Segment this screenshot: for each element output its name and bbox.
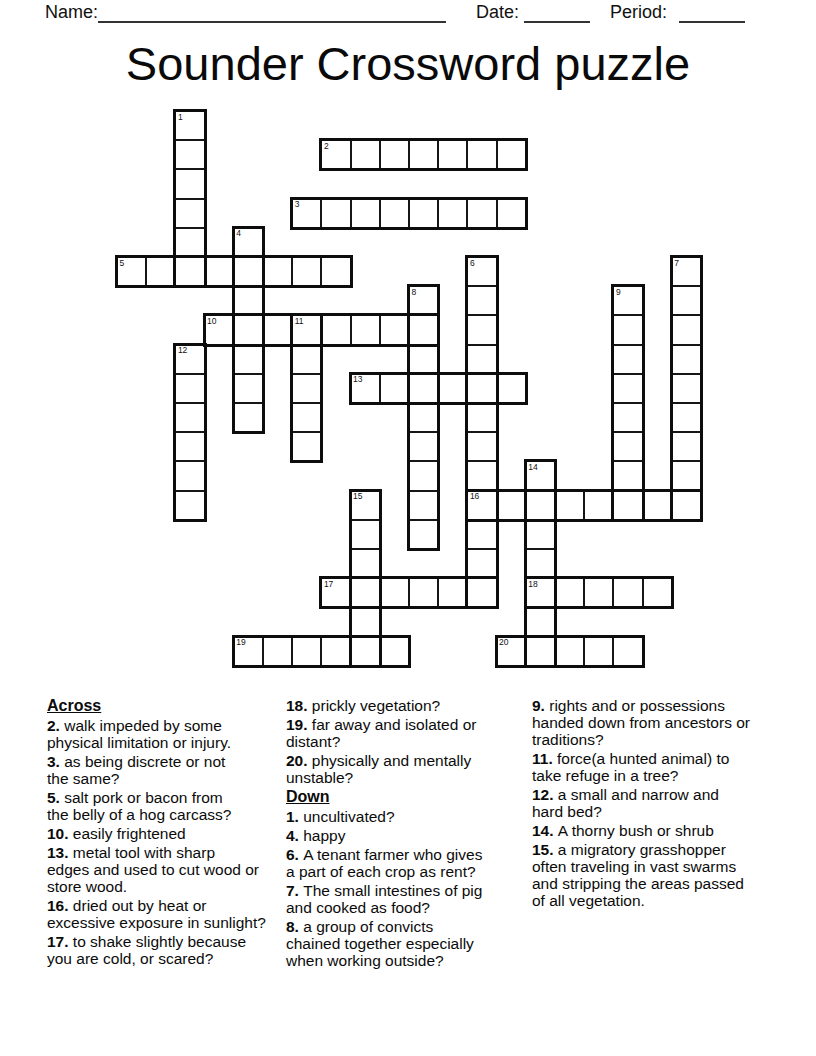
cell-r8c4[interactable]	[233, 344, 264, 375]
cell-r5c3[interactable]	[204, 256, 235, 287]
cell-r3c11[interactable]	[437, 198, 468, 229]
cell-r5c1[interactable]	[145, 256, 176, 287]
cell-r18c6[interactable]	[291, 636, 322, 667]
clue-9: 9. rights and or possessions handed down…	[532, 697, 776, 748]
cell-r17c8[interactable]	[350, 606, 381, 637]
clue-text: rights and or possessions handed down fr…	[532, 697, 750, 748]
crossword-grid: 1234567891011121314151617181920	[116, 110, 701, 666]
cell-r1c10[interactable]	[408, 139, 439, 170]
clue-18: 18. prickly vegetation?	[286, 697, 530, 714]
cell-r7c17[interactable]	[612, 314, 643, 345]
cell-r13c2[interactable]	[174, 490, 205, 521]
cell-r15c12[interactable]	[466, 548, 497, 579]
grid-number-9: 9	[616, 288, 621, 297]
cell-r18c5[interactable]	[262, 636, 293, 667]
cell-r15c14[interactable]	[525, 548, 556, 579]
cell-r17c14[interactable]	[525, 606, 556, 637]
clue-text: dried out by heat or excessive exposure …	[47, 897, 266, 931]
clue-number: 2.	[47, 717, 64, 734]
clue-number: 1.	[286, 808, 303, 825]
clue-text: a group of convicts chained together esp…	[286, 918, 474, 969]
cell-r7c5[interactable]	[262, 314, 293, 345]
cell-r3c12[interactable]	[466, 198, 497, 229]
cell-r11c12[interactable]	[466, 431, 497, 462]
cell-r11c19[interactable]	[671, 431, 702, 462]
cell-r11c2[interactable]	[174, 431, 205, 462]
clue-number: 15.	[532, 841, 558, 858]
clue-15: 15. a migratory grasshopper often travel…	[532, 841, 776, 909]
clue-number: 13.	[47, 844, 73, 861]
grid-number-8: 8	[412, 288, 417, 297]
clue-13: 13. metal tool with sharp edges and used…	[47, 844, 285, 895]
clue-number: 19.	[286, 716, 312, 733]
clue-8: 8. a group of convicts chained together …	[286, 918, 530, 969]
grid-number-19: 19	[236, 638, 245, 647]
cell-r5c6[interactable]	[291, 256, 322, 287]
clue-number: 16.	[47, 897, 73, 914]
clue-11: 11. force(a hunted animal) to take refug…	[532, 750, 776, 784]
cell-r6c4[interactable]	[233, 285, 264, 316]
clue-text: uncultivated?	[303, 808, 394, 825]
clue-7: 7. The small intestines of pig and cooke…	[286, 882, 530, 916]
cell-r18c14[interactable]	[525, 636, 556, 667]
clue-2: 2. walk impeded by some physical limitat…	[47, 717, 285, 751]
clues-heading-across: Across	[47, 697, 285, 714]
clue-number: 12.	[532, 786, 558, 803]
cell-r3c8[interactable]	[350, 198, 381, 229]
cell-r1c12[interactable]	[466, 139, 497, 170]
cell-r1c8[interactable]	[350, 139, 381, 170]
cell-r18c17[interactable]	[612, 636, 643, 667]
grid-number-16: 16	[470, 492, 479, 501]
clue-17: 17. to shake slightly because you are co…	[47, 933, 285, 967]
cell-r1c13[interactable]	[496, 139, 527, 170]
clues-column-2: 18. prickly vegetation?19. far away and …	[286, 697, 530, 971]
cell-r13c18[interactable]	[642, 490, 673, 521]
cell-r16c12[interactable]	[466, 577, 497, 608]
clue-14: 14. A thorny bush or shrub	[532, 822, 776, 839]
cell-r13c13[interactable]	[496, 490, 527, 521]
clue-number: 7.	[286, 882, 303, 899]
grid-number-14: 14	[528, 463, 537, 472]
grid-number-2: 2	[324, 142, 329, 151]
cell-r10c12[interactable]	[466, 402, 497, 433]
cell-r18c15[interactable]	[554, 636, 585, 667]
clues-column-1: Across2. walk impeded by some physical l…	[47, 697, 285, 969]
cell-r13c14[interactable]	[525, 490, 556, 521]
cell-r12c17[interactable]	[612, 460, 643, 491]
clue-3: 3. as being discrete or not the same?	[47, 753, 285, 787]
grid-number-4: 4	[236, 229, 241, 238]
cell-r4c2[interactable]	[174, 227, 205, 258]
cell-r13c15[interactable]	[554, 490, 585, 521]
clue-text: salt pork or bacon from the belly of a h…	[47, 789, 231, 823]
cell-r3c10[interactable]	[408, 198, 439, 229]
clue-text: a small and narrow and hard bed?	[532, 786, 719, 820]
cell-r18c8[interactable]	[350, 636, 381, 667]
page-title: Sounder Crossword puzzle	[0, 36, 816, 91]
cell-r13c19[interactable]	[671, 490, 702, 521]
cell-r18c16[interactable]	[583, 636, 614, 667]
clue-number: 17.	[47, 933, 73, 950]
cell-r11c17[interactable]	[612, 431, 643, 462]
cell-r5c4[interactable]	[233, 256, 264, 287]
clue-text: A tenant farmer who gives a part of each…	[286, 846, 482, 880]
cell-r18c7[interactable]	[320, 636, 351, 667]
cell-r13c17[interactable]	[612, 490, 643, 521]
cell-r7c19[interactable]	[671, 314, 702, 345]
cell-r11c6[interactable]	[291, 431, 322, 462]
clue-number: 4.	[286, 827, 303, 844]
clue-number: 5.	[47, 789, 64, 806]
clue-16: 16. dried out by heat or excessive expos…	[47, 897, 285, 931]
clue-19: 19. far away and isolated or distant?	[286, 716, 530, 750]
clue-10: 10. easily frightened	[47, 825, 285, 842]
cell-r3c2[interactable]	[174, 198, 205, 229]
cell-r14c8[interactable]	[350, 519, 381, 550]
cell-r15c8[interactable]	[350, 548, 381, 579]
cell-r1c2[interactable]	[174, 139, 205, 170]
cell-r2c2[interactable]	[174, 168, 205, 199]
cell-r9c17[interactable]	[612, 373, 643, 404]
cell-r6c12[interactable]	[466, 285, 497, 316]
cell-r14c14[interactable]	[525, 519, 556, 550]
cell-r12c19[interactable]	[671, 460, 702, 491]
cell-r7c12[interactable]	[466, 314, 497, 345]
cell-r10c10[interactable]	[408, 402, 439, 433]
cell-r5c2[interactable]	[174, 256, 205, 287]
cell-r9c2[interactable]	[174, 373, 205, 404]
clues-column-3: 9. rights and or possessions handed down…	[532, 697, 776, 911]
cell-r18c9[interactable]	[379, 636, 410, 667]
clue-number: 8.	[286, 918, 303, 935]
grid-number-12: 12	[178, 346, 187, 355]
worksheet-page: Name: Date: Period: Sounder Crossword pu…	[0, 0, 816, 1056]
clue-5: 5. salt pork or bacon from the belly of …	[47, 789, 285, 823]
cell-r9c4[interactable]	[233, 373, 264, 404]
cell-r9c19[interactable]	[671, 373, 702, 404]
cell-r1c9[interactable]	[379, 139, 410, 170]
clue-number: 6.	[286, 846, 303, 863]
cell-r7c7[interactable]	[320, 314, 351, 345]
clue-4: 4. happy	[286, 827, 530, 844]
cell-r1c11[interactable]	[437, 139, 468, 170]
clue-text: easily frightened	[73, 825, 186, 842]
cell-r6c19[interactable]	[671, 285, 702, 316]
clue-text: A thorny bush or shrub	[558, 822, 714, 839]
cell-r16c9[interactable]	[379, 577, 410, 608]
clue-number: 10.	[47, 825, 73, 842]
cell-r8c10[interactable]	[408, 344, 439, 375]
cell-r12c2[interactable]	[174, 460, 205, 491]
cell-r16c18[interactable]	[642, 577, 673, 608]
cell-r12c12[interactable]	[466, 460, 497, 491]
clue-text: physically and mentally unstable?	[286, 752, 471, 786]
cell-r8c6[interactable]	[291, 344, 322, 375]
cell-r9c10[interactable]	[408, 373, 439, 404]
cell-r10c4[interactable]	[233, 402, 264, 433]
clue-1: 1. uncultivated?	[286, 808, 530, 825]
cell-r12c10[interactable]	[408, 460, 439, 491]
cell-r9c9[interactable]	[379, 373, 410, 404]
grid-number-11: 11	[295, 317, 304, 326]
clue-number: 14.	[532, 822, 558, 839]
cell-r9c12[interactable]	[466, 373, 497, 404]
cell-r9c11[interactable]	[437, 373, 468, 404]
clue-text: to shake slightly because you are cold, …	[47, 933, 246, 967]
cell-r10c19[interactable]	[671, 402, 702, 433]
cell-r10c17[interactable]	[612, 402, 643, 433]
date-blank[interactable]	[524, 4, 590, 23]
cell-r10c2[interactable]	[174, 402, 205, 433]
clue-number: 20.	[286, 752, 312, 769]
clue-20: 20. physically and mentally unstable?	[286, 752, 530, 786]
grid-number-15: 15	[353, 492, 362, 501]
cell-r11c10[interactable]	[408, 431, 439, 462]
clue-6: 6. A tenant farmer who gives a part of e…	[286, 846, 530, 880]
name-blank[interactable]	[98, 4, 446, 23]
cell-r3c9[interactable]	[379, 198, 410, 229]
cell-r3c13[interactable]	[496, 198, 527, 229]
cell-r16c10[interactable]	[408, 577, 439, 608]
grid-number-20: 20	[499, 638, 508, 647]
clue-text: prickly vegetation?	[312, 697, 440, 714]
cell-r16c17[interactable]	[612, 577, 643, 608]
grid-number-13: 13	[353, 375, 362, 384]
clue-number: 9.	[532, 697, 549, 714]
cell-r7c8[interactable]	[350, 314, 381, 345]
grid-number-6: 6	[470, 259, 475, 268]
period-blank[interactable]	[679, 4, 745, 23]
cell-r13c16[interactable]	[583, 490, 614, 521]
cell-r9c13[interactable]	[496, 373, 527, 404]
clue-text: far away and isolated or distant?	[286, 716, 476, 750]
clue-number: 11.	[532, 750, 557, 767]
grid-number-3: 3	[295, 200, 300, 209]
grid-number-18: 18	[528, 580, 537, 589]
clue-text: as being discrete or not the same?	[47, 753, 225, 787]
grid-number-7: 7	[674, 259, 679, 268]
cell-r5c7[interactable]	[320, 256, 351, 287]
clue-text: The small intestines of pig and cooked a…	[286, 882, 482, 916]
clue-text: walk impeded by some physical limitation…	[47, 717, 231, 751]
cell-r5c5[interactable]	[262, 256, 293, 287]
cell-r14c12[interactable]	[466, 519, 497, 550]
clues-heading-down: Down	[286, 788, 530, 805]
cell-r16c8[interactable]	[350, 577, 381, 608]
cell-r8c12[interactable]	[466, 344, 497, 375]
cell-r8c17[interactable]	[612, 344, 643, 375]
name-label: Name:	[45, 2, 98, 23]
cell-r13c10[interactable]	[408, 490, 439, 521]
cell-r9c6[interactable]	[291, 373, 322, 404]
clue-number: 18.	[286, 697, 312, 714]
clue-number: 3.	[47, 753, 64, 770]
period-label: Period:	[610, 2, 667, 23]
cell-r10c6[interactable]	[291, 402, 322, 433]
cell-r7c10[interactable]	[408, 314, 439, 345]
cell-r7c9[interactable]	[379, 314, 410, 345]
grid-number-5: 5	[120, 259, 125, 268]
cell-r16c11[interactable]	[437, 577, 468, 608]
date-label: Date:	[476, 2, 519, 23]
clue-text: metal tool with sharp edges and used to …	[47, 844, 259, 895]
cell-r7c4[interactable]	[233, 314, 264, 345]
clue-12: 12. a small and narrow and hard bed?	[532, 786, 776, 820]
cell-r8c19[interactable]	[671, 344, 702, 375]
cell-r16c16[interactable]	[583, 577, 614, 608]
clue-text: force(a hunted animal) to take refuge in…	[532, 750, 729, 784]
clue-text: a migratory grasshopper often traveling …	[532, 841, 744, 909]
cell-r16c15[interactable]	[554, 577, 585, 608]
grid-number-10: 10	[207, 317, 216, 326]
clue-text: happy	[303, 827, 345, 844]
cell-r3c7[interactable]	[320, 198, 351, 229]
cell-r14c10[interactable]	[408, 519, 439, 550]
grid-number-17: 17	[324, 580, 333, 589]
grid-number-1: 1	[178, 113, 183, 122]
